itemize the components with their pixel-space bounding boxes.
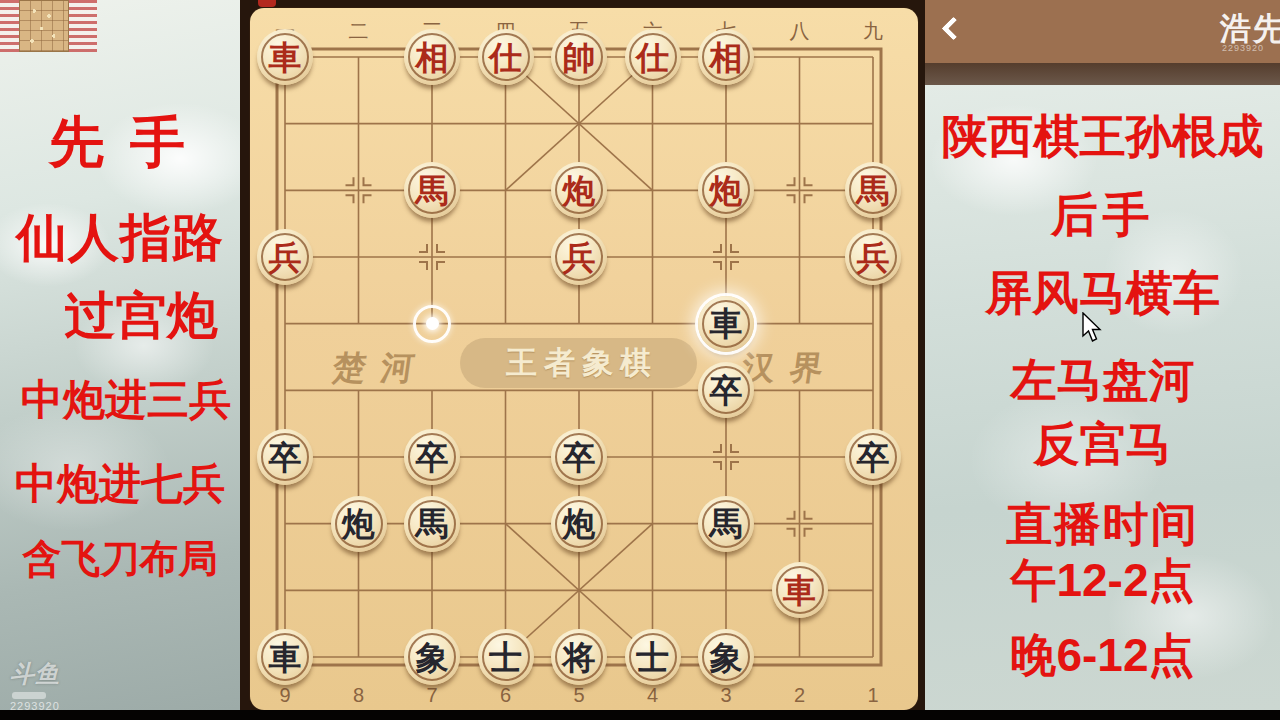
file-label-bottom: 6 — [484, 684, 528, 707]
piece-glyph: 馬 — [416, 507, 449, 540]
river-label-left: 楚河 — [330, 346, 432, 391]
piece-glyph: 兵 — [563, 241, 596, 274]
piece-red-cannon[interactable]: 炮 — [698, 162, 754, 218]
file-label-bottom: 3 — [704, 684, 748, 707]
piece-glyph: 兵 — [857, 241, 890, 274]
piece-glyph: 仕 — [636, 41, 669, 74]
douyu-watermark: 斗鱼 2293920 — [10, 658, 60, 712]
file-label-bottom: 4 — [631, 684, 675, 707]
bottom-letterbox — [0, 710, 1280, 720]
file-label-bottom: 7 — [410, 684, 454, 707]
thumbnail-left-text — [0, 0, 19, 52]
piece-black-cannon[interactable]: 炮 — [551, 496, 607, 552]
thumbnail-right-text — [69, 0, 97, 52]
file-label-bottom: 5 — [557, 684, 601, 707]
piece-glyph: 馬 — [416, 174, 449, 207]
file-label-bottom: 2 — [778, 684, 822, 707]
file-label-top: 二 — [337, 18, 381, 45]
piece-glyph: 仕 — [489, 41, 522, 74]
piece-glyph: 卒 — [563, 441, 596, 474]
piece-red-cannon[interactable]: 炮 — [551, 162, 607, 218]
app-watermark-text: 王者象棋 — [499, 342, 658, 384]
piece-glyph: 車 — [269, 641, 302, 674]
top-strip-red-icon — [258, 0, 276, 7]
annotation-schedule-title: 直播时间 — [925, 494, 1280, 556]
piece-glyph: 士 — [489, 641, 522, 674]
annotation-variation-2: 中炮进七兵 — [0, 456, 240, 512]
annotation-schedule-noon: 午12-2点 — [925, 550, 1280, 612]
piece-glyph: 象 — [710, 641, 743, 674]
piece-glyph: 卒 — [416, 441, 449, 474]
piece-black-horse[interactable]: 馬 — [404, 496, 460, 552]
file-label-top: 八 — [778, 18, 822, 45]
piece-black-cannon[interactable]: 炮 — [331, 496, 387, 552]
back-icon[interactable] — [941, 16, 965, 40]
right-annotation-panel: 浩先 2293920 陕西棋王孙根成 后手 屏风马横车 左马盘河 反宫马 直播时… — [925, 0, 1280, 720]
annotation-defense-3: 反宫马 — [925, 414, 1280, 476]
piece-red-horse[interactable]: 馬 — [845, 162, 901, 218]
piece-glyph: 車 — [269, 41, 302, 74]
piece-red-king[interactable]: 帥 — [551, 29, 607, 85]
piece-glyph: 兵 — [269, 241, 302, 274]
mouse-cursor-icon — [1082, 312, 1104, 344]
piece-glyph: 炮 — [563, 174, 596, 207]
piece-glyph: 卒 — [710, 374, 743, 407]
xiangqi-board[interactable]: 楚河 汉界 王者象棋 一二三四五六七八九987654321 車相仕帥仕相馬炮炮馬… — [250, 8, 918, 710]
piece-glyph: 車 — [710, 307, 743, 340]
bar-shadow — [925, 63, 1280, 85]
piece-red-soldier[interactable]: 兵 — [257, 229, 313, 285]
piece-black-horse[interactable]: 馬 — [698, 496, 754, 552]
piece-red-elephant[interactable]: 相 — [404, 29, 460, 85]
piece-glyph: 相 — [416, 41, 449, 74]
piece-red-chariot[interactable]: 車 — [772, 562, 828, 618]
annotation-first-move: 先手 — [0, 106, 240, 180]
piece-red-advisor[interactable]: 仕 — [625, 29, 681, 85]
piece-red-horse[interactable]: 馬 — [404, 162, 460, 218]
piece-glyph: 炮 — [563, 507, 596, 540]
river-label-right: 汉界 — [739, 346, 841, 391]
piece-black-chariot[interactable]: 車 — [698, 296, 754, 352]
douyu-subtext — [12, 692, 46, 699]
file-label-bottom: 8 — [337, 684, 381, 707]
annotation-variation-3: 含飞刀布局 — [0, 532, 240, 586]
stream-screenshot: 先手 仙人指路 过宫炮 中炮进三兵 中炮进七兵 含飞刀布局 斗鱼 2293920… — [0, 0, 1280, 720]
annotation-schedule-night: 晚6-12点 — [925, 625, 1280, 687]
piece-glyph: 象 — [416, 641, 449, 674]
app-watermark-pill: 王者象棋 — [460, 338, 697, 388]
piece-black-soldier[interactable]: 卒 — [404, 429, 460, 485]
piece-black-soldier[interactable]: 卒 — [845, 429, 901, 485]
piece-red-elephant[interactable]: 相 — [698, 29, 754, 85]
annotation-defense-2: 左马盘河 — [925, 350, 1280, 412]
left-annotation-panel: 先手 仙人指路 过宫炮 中炮进三兵 中炮进七兵 含飞刀布局 斗鱼 2293920 — [0, 0, 240, 720]
piece-black-soldier[interactable]: 卒 — [551, 429, 607, 485]
piece-red-advisor[interactable]: 仕 — [478, 29, 534, 85]
streamer-room-id: 2293920 — [1222, 43, 1264, 53]
piece-black-advisor[interactable]: 士 — [625, 629, 681, 685]
piece-glyph: 馬 — [710, 507, 743, 540]
piece-glyph: 炮 — [342, 507, 375, 540]
piece-glyph: 帥 — [563, 41, 596, 74]
annotation-second-move: 后手 — [925, 184, 1280, 247]
piece-glyph: 馬 — [857, 174, 890, 207]
piece-glyph: 相 — [710, 41, 743, 74]
piece-black-elephant[interactable]: 象 — [404, 629, 460, 685]
piece-glyph: 将 — [563, 641, 596, 674]
piece-glyph: 卒 — [857, 441, 890, 474]
piece-black-chariot[interactable]: 車 — [257, 629, 313, 685]
file-label-bottom: 9 — [263, 684, 307, 707]
last-move-origin-marker — [413, 305, 451, 343]
file-label-top: 九 — [851, 18, 895, 45]
thumbnail-board — [19, 0, 69, 52]
piece-glyph: 炮 — [710, 174, 743, 207]
piece-red-soldier[interactable]: 兵 — [845, 229, 901, 285]
piece-glyph: 士 — [636, 641, 669, 674]
annotation-opponent: 陕西棋王孙根成 — [925, 106, 1280, 168]
annotation-variation-1: 中炮进三兵 — [0, 372, 240, 428]
piece-glyph: 車 — [783, 574, 816, 607]
piece-glyph: 卒 — [269, 441, 302, 474]
file-label-bottom: 1 — [851, 684, 895, 707]
annotation-opening-1: 仙人指路 — [0, 204, 240, 273]
mini-board-thumbnail — [0, 0, 97, 52]
piece-black-king[interactable]: 将 — [551, 629, 607, 685]
piece-red-chariot[interactable]: 車 — [257, 29, 313, 85]
piece-black-advisor[interactable]: 士 — [478, 629, 534, 685]
douyu-logo: 斗鱼 — [10, 658, 60, 690]
top-bar: 浩先 2293920 — [925, 0, 1280, 63]
piece-black-soldier[interactable]: 卒 — [257, 429, 313, 485]
piece-black-soldier[interactable]: 卒 — [698, 362, 754, 418]
piece-black-elephant[interactable]: 象 — [698, 629, 754, 685]
piece-red-soldier[interactable]: 兵 — [551, 229, 607, 285]
annotation-opening-2: 过宫炮 — [0, 282, 240, 351]
board-section: 楚河 汉界 王者象棋 一二三四五六七八九987654321 車相仕帥仕相馬炮炮馬… — [240, 0, 925, 720]
